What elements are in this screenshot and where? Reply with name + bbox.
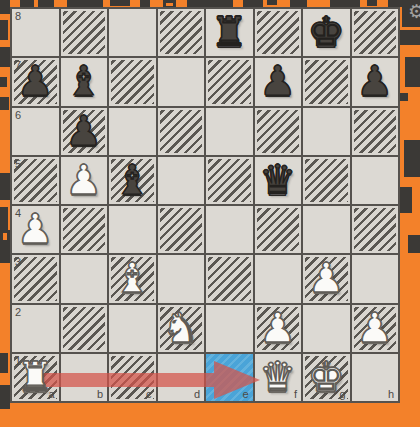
- square-b8[interactable]: [61, 9, 108, 56]
- file-label-e: e: [242, 388, 248, 400]
- border-pattern-hollow-block: [0, 230, 10, 243]
- white-queen-f1[interactable]: ♛: [255, 354, 302, 401]
- square-e6[interactable]: [206, 108, 253, 155]
- square-g3[interactable]: ♟: [303, 255, 350, 302]
- square-g7[interactable]: [303, 58, 350, 105]
- square-h2[interactable]: ♟: [352, 305, 399, 352]
- border-pattern-block: [0, 385, 10, 409]
- border-pattern-block: [408, 235, 420, 253]
- border-pattern-block: [0, 243, 10, 263]
- rank-label-5: 5: [15, 158, 21, 170]
- border-pattern-block: [187, 0, 233, 7]
- square-f2[interactable]: ♟: [255, 305, 302, 352]
- border-pattern-block: [0, 353, 8, 373]
- square-f5[interactable]: ♛: [255, 157, 302, 204]
- border-pattern-block: [0, 20, 8, 40]
- white-pawn-h2[interactable]: ♟: [352, 305, 399, 352]
- square-a8[interactable]: 8: [12, 9, 59, 56]
- white-rook-a1[interactable]: ♜: [12, 354, 59, 401]
- file-label-c: c: [146, 388, 152, 400]
- border-pattern-block: [0, 47, 10, 67]
- square-h5[interactable]: [352, 157, 399, 204]
- square-b4[interactable]: [61, 206, 108, 253]
- file-label-h: h: [388, 388, 394, 400]
- square-d8[interactable]: [158, 9, 205, 56]
- square-h4[interactable]: [352, 206, 399, 253]
- border-pattern-block: [0, 77, 7, 87]
- border-pattern-block: [404, 140, 420, 177]
- rank-label-2: 2: [15, 306, 21, 318]
- border-pattern-block: [67, 0, 103, 7]
- square-d4[interactable]: [158, 206, 205, 253]
- square-f3[interactable]: [255, 255, 302, 302]
- square-e1[interactable]: e: [206, 354, 253, 401]
- square-d6[interactable]: [158, 108, 205, 155]
- black-king-g8[interactable]: ♚: [303, 9, 350, 56]
- border-pattern-block: [38, 0, 54, 7]
- white-pawn-f2[interactable]: ♟: [255, 305, 302, 352]
- square-c7[interactable]: [109, 58, 156, 105]
- white-pawn-b5[interactable]: ♟: [61, 157, 108, 204]
- border-pattern-block: [140, 0, 150, 7]
- square-a3[interactable]: 3: [12, 255, 59, 302]
- square-c5[interactable]: ♝: [109, 157, 156, 204]
- black-bishop-c5[interactable]: ♝: [109, 157, 156, 204]
- white-king-g1[interactable]: ♚: [303, 354, 350, 401]
- black-queen-f5[interactable]: ♛: [255, 157, 302, 204]
- square-c3[interactable]: ♝: [109, 255, 156, 302]
- square-d5[interactable]: [158, 157, 205, 204]
- border-pattern-block: [0, 0, 10, 14]
- border-pattern-block: [290, 0, 307, 7]
- square-b6[interactable]: ♟: [61, 108, 108, 155]
- square-d2[interactable]: ♞: [158, 305, 205, 352]
- chess-app-frame: 8♜♚7♟♝♟♟6♟5♟♝♛4♟3♝♟2♞♟♟1a♜bcdef♛g♚h ⚙: [0, 0, 420, 427]
- file-label-d: d: [194, 388, 200, 400]
- square-f1[interactable]: f♛: [255, 354, 302, 401]
- square-h7[interactable]: ♟: [352, 58, 399, 105]
- border-pattern-block: [0, 97, 9, 110]
- square-b7[interactable]: ♝: [61, 58, 108, 105]
- square-c6[interactable]: [109, 108, 156, 155]
- square-e8[interactable]: ♜: [206, 9, 253, 56]
- square-b3[interactable]: [61, 255, 108, 302]
- black-pawn-a7[interactable]: ♟: [12, 58, 59, 105]
- square-c2[interactable]: [109, 305, 156, 352]
- chess-board[interactable]: 8♜♚7♟♝♟♟6♟5♟♝♛4♟3♝♟2♞♟♟1a♜bcdef♛g♚h: [10, 7, 400, 403]
- square-b1[interactable]: b: [61, 354, 108, 401]
- black-pawn-h7[interactable]: ♟: [352, 58, 399, 105]
- white-pawn-g3[interactable]: ♟: [303, 255, 350, 302]
- square-c8[interactable]: [109, 9, 156, 56]
- settings-gear-icon[interactable]: ⚙: [408, 2, 420, 21]
- border-pattern-block: [330, 0, 360, 7]
- rank-label-6: 6: [15, 109, 21, 121]
- border-pattern-block: [405, 57, 420, 87]
- square-g8[interactable]: ♚: [303, 9, 350, 56]
- square-g5[interactable]: [303, 157, 350, 204]
- black-bishop-b7[interactable]: ♝: [61, 58, 108, 105]
- square-g6[interactable]: [303, 108, 350, 155]
- square-c1[interactable]: c: [109, 354, 156, 401]
- black-pawn-b6[interactable]: ♟: [61, 108, 108, 155]
- white-knight-d2[interactable]: ♞: [158, 305, 205, 352]
- file-label-b: b: [97, 388, 103, 400]
- rank-label-3: 3: [15, 256, 21, 268]
- white-bishop-c3[interactable]: ♝: [109, 255, 156, 302]
- square-e3[interactable]: [206, 255, 253, 302]
- square-g4[interactable]: [303, 206, 350, 253]
- square-a5[interactable]: 5: [12, 157, 59, 204]
- square-h1[interactable]: h: [352, 354, 399, 401]
- square-f7[interactable]: ♟: [255, 58, 302, 105]
- square-f6[interactable]: [255, 108, 302, 155]
- square-g2[interactable]: [303, 305, 350, 352]
- square-f8[interactable]: [255, 9, 302, 56]
- border-pattern-block: [400, 30, 420, 45]
- square-e5[interactable]: [206, 157, 253, 204]
- square-h6[interactable]: [352, 108, 399, 155]
- square-b5[interactable]: ♟: [61, 157, 108, 204]
- border-pattern-block: [367, 0, 377, 6]
- square-c4[interactable]: [109, 206, 156, 253]
- square-d7[interactable]: [158, 58, 205, 105]
- square-d3[interactable]: [158, 255, 205, 302]
- square-a1[interactable]: 1a♜: [12, 354, 59, 401]
- white-pawn-a4[interactable]: ♟: [12, 206, 59, 253]
- square-a2[interactable]: 2: [12, 305, 59, 352]
- square-a7[interactable]: 7♟: [12, 58, 59, 105]
- square-a6[interactable]: 6: [12, 108, 59, 155]
- border-pattern-block: [267, 0, 277, 5]
- square-e2[interactable]: [206, 305, 253, 352]
- square-f4[interactable]: [255, 206, 302, 253]
- border-pattern-block: [243, 0, 263, 7]
- border-pattern-block: [400, 187, 412, 213]
- black-pawn-f7[interactable]: ♟: [255, 58, 302, 105]
- border-pattern-block: [0, 173, 10, 200]
- square-b2[interactable]: [61, 305, 108, 352]
- border-pattern-block: [20, 0, 34, 7]
- square-g1[interactable]: g♚: [303, 354, 350, 401]
- border-pattern-block: [110, 0, 130, 6]
- border-pattern-block: [400, 93, 408, 101]
- rank-label-8: 8: [15, 10, 21, 22]
- square-h3[interactable]: [352, 255, 399, 302]
- square-e7[interactable]: [206, 58, 253, 105]
- black-rook-e8[interactable]: ♜: [206, 9, 253, 56]
- square-d1[interactable]: d: [158, 354, 205, 401]
- square-a4[interactable]: 4♟: [12, 206, 59, 253]
- square-e4[interactable]: [206, 206, 253, 253]
- square-h8[interactable]: [352, 9, 399, 56]
